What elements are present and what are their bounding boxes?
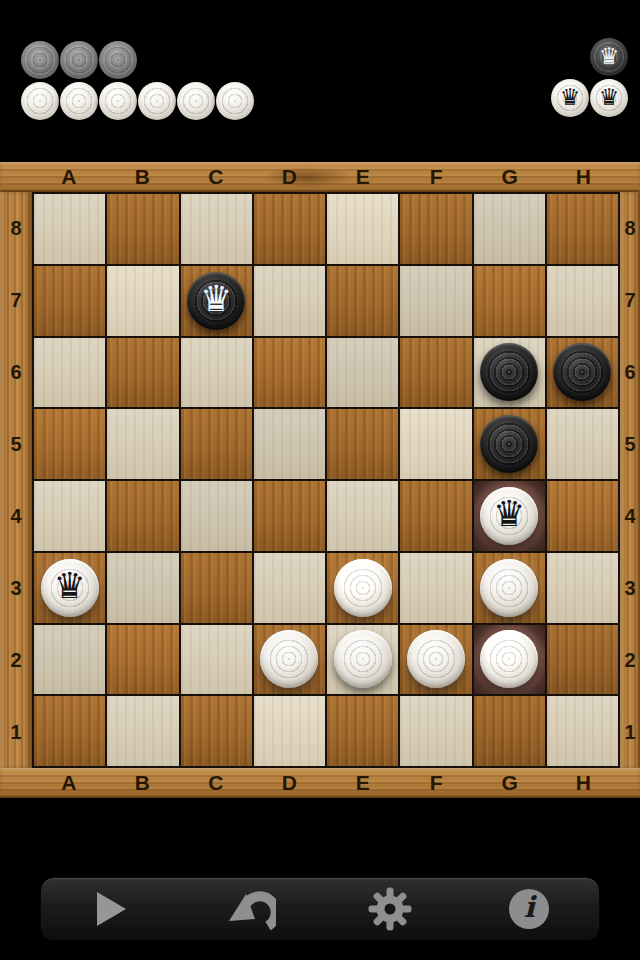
captured-piece-white-man [177, 82, 215, 120]
square-c8[interactable] [181, 194, 252, 264]
square-a3[interactable]: ♛ [34, 553, 105, 623]
square-h6[interactable] [547, 338, 618, 408]
king-crown-icon: ♛ [200, 281, 232, 317]
square-b2[interactable] [107, 625, 178, 695]
square-e4[interactable] [327, 481, 398, 551]
captured-piece-white-man [21, 82, 59, 120]
file-label-top-a: A [32, 162, 106, 192]
file-labels-top: ABCDEFGH [32, 162, 620, 192]
gear-icon [367, 886, 413, 932]
captured-piece-white-man [99, 82, 137, 120]
file-label-top-e: E [326, 162, 400, 192]
file-label-bottom-g: G [473, 768, 547, 798]
square-a6[interactable] [34, 338, 105, 408]
square-e3[interactable] [327, 553, 398, 623]
square-f3[interactable] [400, 553, 471, 623]
square-d4[interactable] [254, 481, 325, 551]
square-d5[interactable] [254, 409, 325, 479]
square-d1[interactable] [254, 696, 325, 766]
rank-label-left-6: 6 [0, 336, 32, 408]
square-b8[interactable] [107, 194, 178, 264]
square-h3[interactable] [547, 553, 618, 623]
bottom-toolbar: i [40, 877, 600, 941]
square-e1[interactable] [327, 696, 398, 766]
file-label-bottom-e: E [326, 768, 400, 798]
square-f7[interactable] [400, 266, 471, 336]
captured-tray-right: ♛♛♛ [551, 38, 628, 117]
square-g2[interactable] [474, 625, 545, 695]
square-a7[interactable] [34, 266, 105, 336]
board-squares: ♛♛♛ [32, 192, 620, 768]
square-h5[interactable] [547, 409, 618, 479]
captured-piece-white-king: ♛ [551, 79, 589, 117]
square-a2[interactable] [34, 625, 105, 695]
captured-piece-white-man [138, 82, 176, 120]
piece-black-king-c7[interactable]: ♛ [187, 272, 245, 330]
square-b5[interactable] [107, 409, 178, 479]
square-e6[interactable] [327, 338, 398, 408]
piece-black-man-g6[interactable] [480, 343, 538, 401]
file-label-bottom-c: C [179, 768, 253, 798]
undo-icon [224, 884, 276, 934]
captured-piece-white-king: ♛ [590, 79, 628, 117]
play-button[interactable] [66, 877, 156, 941]
square-h2[interactable] [547, 625, 618, 695]
square-g4[interactable]: ♛ [474, 481, 545, 551]
square-g6[interactable] [474, 338, 545, 408]
square-f5[interactable] [400, 409, 471, 479]
square-e2[interactable] [327, 625, 398, 695]
file-label-bottom-h: H [547, 768, 621, 798]
piece-white-king-a3[interactable]: ♛ [41, 559, 99, 617]
king-crown-icon: ♛ [599, 86, 620, 109]
play-icon [94, 890, 128, 928]
square-b4[interactable] [107, 481, 178, 551]
info-icon: i [509, 889, 549, 929]
piece-white-man-e2[interactable] [334, 630, 392, 688]
rank-label-left-7: 7 [0, 264, 32, 336]
rank-label-right-4: 4 [620, 480, 640, 552]
square-g5[interactable] [474, 409, 545, 479]
file-label-top-h: H [547, 162, 621, 192]
rank-label-right-5: 5 [620, 408, 640, 480]
file-label-top-g: G [473, 162, 547, 192]
file-label-top-f: F [400, 162, 474, 192]
file-label-bottom-d: D [253, 768, 327, 798]
captured-tray-left [21, 41, 254, 120]
piece-white-man-f2[interactable] [407, 630, 465, 688]
captured-piece-black-king: ♛ [590, 38, 628, 76]
file-label-top-b: B [106, 162, 180, 192]
square-d3[interactable] [254, 553, 325, 623]
captured-piece-white-man [60, 82, 98, 120]
rank-label-left-8: 8 [0, 192, 32, 264]
square-g7[interactable] [474, 266, 545, 336]
rank-label-left-3: 3 [0, 552, 32, 624]
captured-piece-black-man [60, 41, 98, 79]
rank-label-left-1: 1 [0, 696, 32, 768]
square-f6[interactable] [400, 338, 471, 408]
square-h8[interactable] [547, 194, 618, 264]
file-label-bottom-a: A [32, 768, 106, 798]
square-h1[interactable] [547, 696, 618, 766]
square-e8[interactable] [327, 194, 398, 264]
file-label-top-c: C [179, 162, 253, 192]
square-c2[interactable] [181, 625, 252, 695]
square-h4[interactable] [547, 481, 618, 551]
king-crown-icon: ♛ [560, 86, 581, 109]
square-c4[interactable] [181, 481, 252, 551]
square-h7[interactable] [547, 266, 618, 336]
rank-labels-left: 87654321 [0, 192, 32, 768]
square-f8[interactable] [400, 194, 471, 264]
captured-piece-black-man [21, 41, 59, 79]
piece-white-man-e3[interactable] [334, 559, 392, 617]
rank-label-right-8: 8 [620, 192, 640, 264]
square-f4[interactable] [400, 481, 471, 551]
square-d7[interactable] [254, 266, 325, 336]
captured-piece-black-man [99, 41, 137, 79]
square-b6[interactable] [107, 338, 178, 408]
square-b3[interactable] [107, 553, 178, 623]
undo-button[interactable] [205, 877, 295, 941]
square-e7[interactable] [327, 266, 398, 336]
file-label-top-d: D [253, 162, 327, 192]
piece-black-man-g5[interactable] [480, 415, 538, 473]
square-f1[interactable] [400, 696, 471, 766]
square-e5[interactable] [327, 409, 398, 479]
square-b7[interactable] [107, 266, 178, 336]
piece-white-king-g4[interactable]: ♛ [480, 487, 538, 545]
square-a5[interactable] [34, 409, 105, 479]
file-labels-bottom: ABCDEFGH [32, 768, 620, 798]
checkers-app-screen: ♛♛♛ ABCDEFGH ABCDEFGH 87654321 87654321 … [0, 0, 640, 960]
square-a8[interactable] [34, 194, 105, 264]
checkers-board: ABCDEFGH ABCDEFGH 87654321 87654321 ♛♛♛ [0, 162, 640, 798]
rank-label-left-2: 2 [0, 624, 32, 696]
square-g3[interactable] [474, 553, 545, 623]
king-crown-icon: ♛ [53, 568, 85, 604]
square-f2[interactable] [400, 625, 471, 695]
square-c5[interactable] [181, 409, 252, 479]
rank-label-right-2: 2 [620, 624, 640, 696]
piece-white-man-g2[interactable] [480, 630, 538, 688]
king-crown-icon: ♛ [599, 45, 620, 68]
king-crown-icon: ♛ [493, 496, 525, 532]
captured-piece-white-man [216, 82, 254, 120]
square-a1[interactable] [34, 696, 105, 766]
rank-label-right-3: 3 [620, 552, 640, 624]
square-c3[interactable] [181, 553, 252, 623]
piece-black-man-h6[interactable] [553, 343, 611, 401]
square-d6[interactable] [254, 338, 325, 408]
square-d8[interactable] [254, 194, 325, 264]
settings-button[interactable] [345, 877, 435, 941]
rank-label-right-6: 6 [620, 336, 640, 408]
piece-white-man-d2[interactable] [260, 630, 318, 688]
square-g8[interactable] [474, 194, 545, 264]
square-c1[interactable] [181, 696, 252, 766]
square-c6[interactable] [181, 338, 252, 408]
rank-label-right-7: 7 [620, 264, 640, 336]
rank-label-left-4: 4 [0, 480, 32, 552]
square-g1[interactable] [474, 696, 545, 766]
piece-white-man-g3[interactable] [480, 559, 538, 617]
square-c7[interactable]: ♛ [181, 266, 252, 336]
info-button[interactable]: i [484, 877, 574, 941]
file-label-bottom-f: F [400, 768, 474, 798]
rank-label-left-5: 5 [0, 408, 32, 480]
square-a4[interactable] [34, 481, 105, 551]
square-d2[interactable] [254, 625, 325, 695]
square-b1[interactable] [107, 696, 178, 766]
rank-labels-right: 87654321 [620, 192, 640, 768]
rank-label-right-1: 1 [620, 696, 640, 768]
file-label-bottom-b: B [106, 768, 180, 798]
